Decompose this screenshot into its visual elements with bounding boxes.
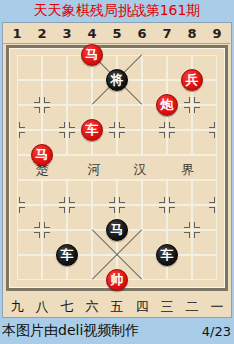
point-marker-8-3: [184, 97, 200, 113]
point-marker-3-7: [59, 197, 75, 213]
point-marker-8-8: [184, 222, 200, 238]
point-marker-3-4: [59, 122, 75, 138]
bottom-file-label-3: 七: [55, 298, 79, 316]
river-label-3: 汉: [132, 162, 148, 178]
point-marker-2-8: [34, 222, 50, 238]
piece-red-general[interactable]: 帅: [106, 269, 128, 291]
point-marker-1-4: [9, 122, 25, 138]
point-marker-2-3: [34, 97, 50, 113]
point-marker-7-4: [159, 122, 175, 138]
point-marker-5-7: [109, 197, 125, 213]
xiangqi-app: 天天象棋残局挑战第161期 本图片由deli视频制作 4/23 12345678…: [0, 0, 234, 344]
piece-black-horse[interactable]: 马: [106, 219, 128, 241]
bottom-file-label-2: 八: [30, 298, 54, 316]
board-cell: [42, 55, 67, 80]
board-cell: [192, 255, 217, 280]
credit-text: 本图片由deli视频制作: [0, 322, 139, 340]
piece-black-chariot-right[interactable]: 车: [156, 244, 178, 266]
piece-red-horse-top[interactable]: 马: [81, 44, 103, 66]
point-marker-7-7: [159, 197, 175, 213]
bottom-file-label-4: 六: [80, 298, 104, 316]
bottom-file-label-1: 九: [5, 298, 29, 316]
footer-bar: 本图片由deli视频制作 4/23: [0, 318, 234, 344]
bottom-file-label-6: 四: [130, 298, 154, 316]
point-marker-5-4: [109, 122, 125, 138]
piece-red-cannon[interactable]: 炮: [156, 94, 178, 116]
piece-red-soldier[interactable]: 兵: [181, 69, 203, 91]
point-marker-1-7: [9, 197, 25, 213]
piece-red-chariot[interactable]: 车: [81, 119, 103, 141]
board-cell: [67, 80, 92, 105]
bottom-file-label-9: 一: [205, 298, 229, 316]
piece-red-horse-river[interactable]: 马: [31, 144, 53, 166]
page-indicator: 4/23: [202, 324, 234, 339]
point-marker-9-4: [209, 122, 225, 138]
bottom-file-label-5: 五: [105, 298, 129, 316]
board-cell: [17, 55, 42, 80]
bottom-file-label-7: 三: [155, 298, 179, 316]
piece-black-general[interactable]: 将: [106, 69, 128, 91]
river-label-4: 界: [180, 162, 196, 178]
board-cell: [17, 255, 42, 280]
point-marker-9-7: [209, 197, 225, 213]
bottom-file-label-8: 二: [180, 298, 204, 316]
top-coordinate-strip: [2, 22, 230, 44]
river-label-2: 河: [86, 162, 102, 178]
piece-black-chariot-left[interactable]: 车: [56, 244, 78, 266]
page-title: 天天象棋残局挑战第161期: [0, 0, 234, 22]
board-cell: [142, 55, 167, 80]
